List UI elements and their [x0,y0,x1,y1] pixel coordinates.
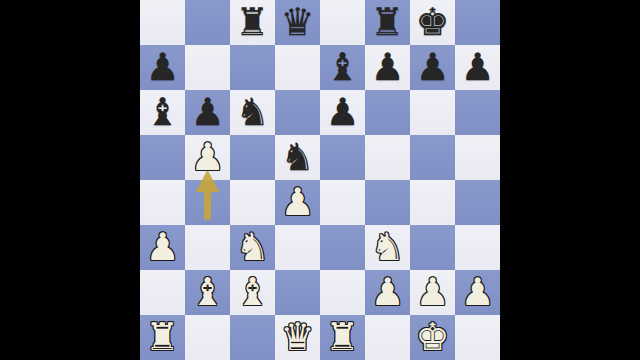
chess-board: ♜♛♜♚♟♝♟♟♟♝♟♞♟♟♞♟♟♞♞♝♝♟♟♟♜♛♜♚ [140,0,500,360]
piece-white-rook[interactable]: ♜ [145,315,179,360]
square-e6[interactable]: ♟ [320,90,365,135]
square-h5[interactable] [455,135,500,180]
square-g1[interactable]: ♚ [410,315,455,360]
square-e5[interactable] [320,135,365,180]
square-f7[interactable]: ♟ [365,45,410,90]
square-e3[interactable] [320,225,365,270]
square-b8[interactable] [185,0,230,45]
square-c6[interactable]: ♞ [230,90,275,135]
square-c7[interactable] [230,45,275,90]
letterbox-background: ♜♛♜♚♟♝♟♟♟♝♟♞♟♟♞♟♟♞♞♝♝♟♟♟♜♛♜♚ [0,0,640,360]
square-h2[interactable]: ♟ [455,270,500,315]
piece-black-queen[interactable]: ♛ [280,0,314,45]
square-b2[interactable]: ♝ [185,270,230,315]
square-f6[interactable] [365,90,410,135]
piece-white-king[interactable]: ♚ [415,315,449,360]
square-d8[interactable]: ♛ [275,0,320,45]
square-a7[interactable]: ♟ [140,45,185,90]
square-a2[interactable] [140,270,185,315]
square-h3[interactable] [455,225,500,270]
square-h7[interactable]: ♟ [455,45,500,90]
square-f5[interactable] [365,135,410,180]
square-g6[interactable] [410,90,455,135]
piece-black-king[interactable]: ♚ [415,0,449,45]
square-e8[interactable] [320,0,365,45]
square-f1[interactable] [365,315,410,360]
square-b6[interactable]: ♟ [185,90,230,135]
square-e7[interactable]: ♝ [320,45,365,90]
square-g4[interactable] [410,180,455,225]
square-d5[interactable]: ♞ [275,135,320,180]
square-g8[interactable]: ♚ [410,0,455,45]
piece-white-bishop[interactable]: ♝ [235,270,269,315]
piece-black-knight[interactable]: ♞ [280,135,314,180]
square-c1[interactable] [230,315,275,360]
square-c4[interactable] [230,180,275,225]
square-h8[interactable] [455,0,500,45]
square-c2[interactable]: ♝ [230,270,275,315]
square-a6[interactable]: ♝ [140,90,185,135]
square-a5[interactable] [140,135,185,180]
piece-white-pawn[interactable]: ♟ [370,270,404,315]
square-f4[interactable] [365,180,410,225]
square-f3[interactable]: ♞ [365,225,410,270]
square-g3[interactable] [410,225,455,270]
square-h6[interactable] [455,90,500,135]
square-b3[interactable] [185,225,230,270]
square-e1[interactable]: ♜ [320,315,365,360]
piece-black-pawn[interactable]: ♟ [415,45,449,90]
piece-white-rook[interactable]: ♜ [325,315,359,360]
piece-black-bishop[interactable]: ♝ [145,90,179,135]
square-c8[interactable]: ♜ [230,0,275,45]
square-d6[interactable] [275,90,320,135]
square-c5[interactable] [230,135,275,180]
square-f2[interactable]: ♟ [365,270,410,315]
square-b4[interactable] [185,180,230,225]
piece-black-bishop[interactable]: ♝ [325,45,359,90]
piece-black-pawn[interactable]: ♟ [370,45,404,90]
square-g7[interactable]: ♟ [410,45,455,90]
square-d1[interactable]: ♛ [275,315,320,360]
square-a4[interactable] [140,180,185,225]
piece-black-pawn[interactable]: ♟ [325,90,359,135]
square-a3[interactable]: ♟ [140,225,185,270]
square-d3[interactable] [275,225,320,270]
square-a8[interactable] [140,0,185,45]
square-g2[interactable]: ♟ [410,270,455,315]
piece-white-queen[interactable]: ♛ [280,315,314,360]
square-d2[interactable] [275,270,320,315]
square-b5[interactable]: ♟ [185,135,230,180]
square-f8[interactable]: ♜ [365,0,410,45]
piece-white-pawn[interactable]: ♟ [145,225,179,270]
piece-black-rook[interactable]: ♜ [235,0,269,45]
piece-white-pawn[interactable]: ♟ [190,135,224,180]
piece-white-bishop[interactable]: ♝ [190,270,224,315]
square-d7[interactable] [275,45,320,90]
square-b1[interactable] [185,315,230,360]
piece-black-pawn[interactable]: ♟ [145,45,179,90]
piece-white-pawn[interactable]: ♟ [460,270,494,315]
square-d4[interactable]: ♟ [275,180,320,225]
square-a1[interactable]: ♜ [140,315,185,360]
square-e2[interactable] [320,270,365,315]
piece-white-knight[interactable]: ♞ [370,225,404,270]
square-b7[interactable] [185,45,230,90]
square-h1[interactable] [455,315,500,360]
piece-white-pawn[interactable]: ♟ [415,270,449,315]
square-g5[interactable] [410,135,455,180]
square-c3[interactable]: ♞ [230,225,275,270]
piece-black-pawn[interactable]: ♟ [190,90,224,135]
piece-black-rook[interactable]: ♜ [370,0,404,45]
square-h4[interactable] [455,180,500,225]
piece-black-pawn[interactable]: ♟ [460,45,494,90]
piece-white-knight[interactable]: ♞ [235,225,269,270]
square-e4[interactable] [320,180,365,225]
piece-black-knight[interactable]: ♞ [235,90,269,135]
piece-white-pawn[interactable]: ♟ [280,180,314,225]
